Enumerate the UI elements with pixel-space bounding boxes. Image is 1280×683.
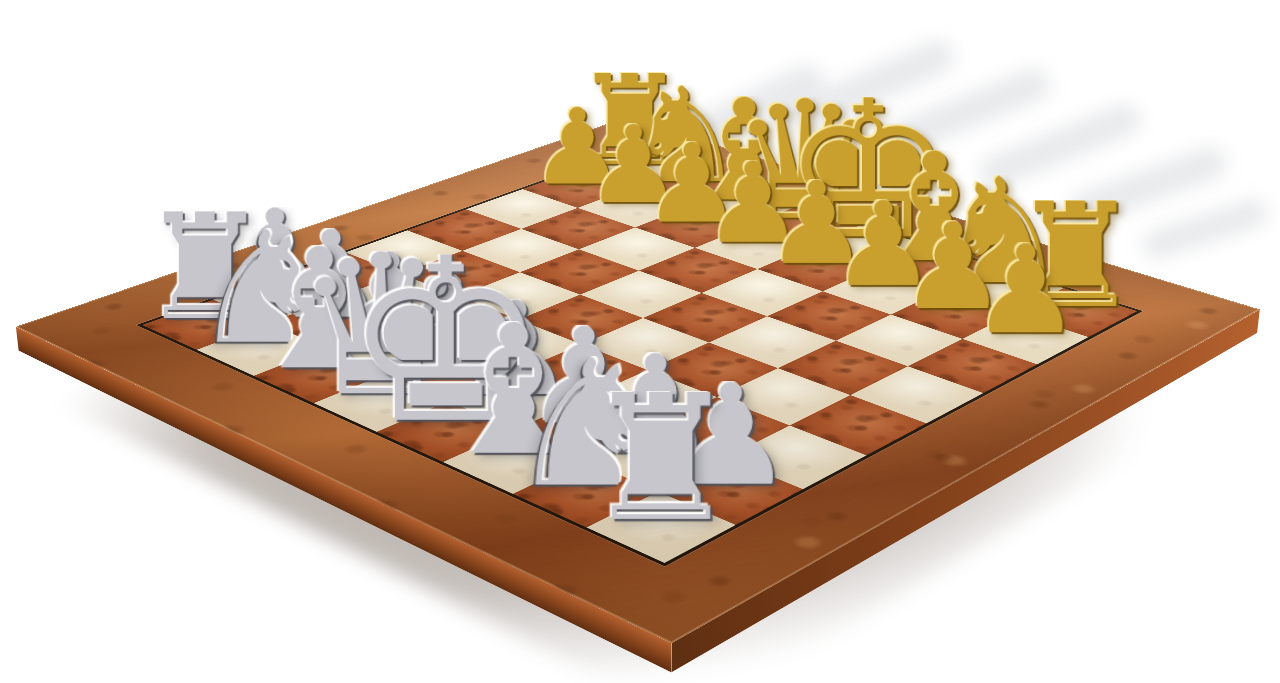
cast-shadow bbox=[1139, 196, 1271, 263]
chess-set-photo: ♜♞♝♛♚♝♞♜♟♟♟♟♟♟♟♟♟♟♟♟♟♟♟♟♜♞♝♛♚♝♞♜ bbox=[0, 0, 1280, 683]
square-a3 bbox=[281, 252, 401, 298]
